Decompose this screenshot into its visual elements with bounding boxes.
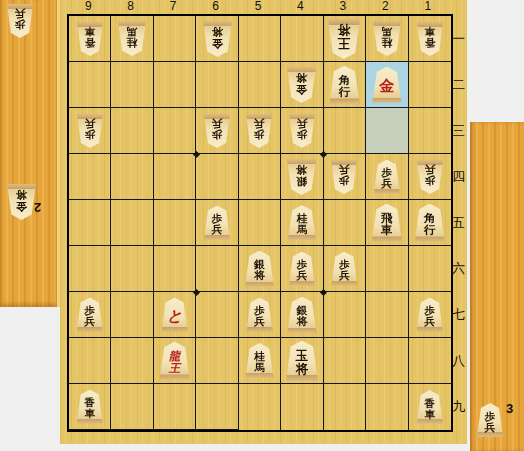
piece-knight-21[interactable]: 桂馬 bbox=[373, 21, 401, 56]
file-label-1: 1 bbox=[418, 0, 438, 13]
square-93[interactable]: 歩兵 bbox=[69, 108, 111, 154]
square-14[interactable]: 歩兵 bbox=[409, 154, 451, 200]
square-49[interactable] bbox=[281, 384, 323, 430]
piece-pawn-34[interactable]: 歩兵 bbox=[331, 160, 357, 194]
rank-label-1: 一 bbox=[451, 30, 466, 48]
file-label-2: 2 bbox=[375, 0, 395, 13]
square-39[interactable] bbox=[324, 384, 366, 430]
file-label-5: 5 bbox=[248, 0, 268, 13]
sente-captured-tray bbox=[470, 122, 524, 451]
square-61[interactable]: 金将 bbox=[196, 16, 238, 62]
file-label-7: 7 bbox=[163, 0, 183, 13]
square-11[interactable]: 香車 bbox=[409, 16, 451, 62]
file-label-9: 9 bbox=[78, 0, 98, 13]
square-84[interactable] bbox=[111, 154, 153, 200]
square-69[interactable] bbox=[196, 384, 238, 430]
square-73[interactable] bbox=[154, 108, 196, 154]
square-91[interactable]: 香車 bbox=[69, 16, 111, 62]
square-16[interactable] bbox=[409, 246, 451, 292]
square-22[interactable]: 金 bbox=[366, 62, 408, 108]
piece-dragon-78[interactable]: 龍王 bbox=[160, 342, 190, 380]
rank-label-2: 二 bbox=[451, 76, 466, 94]
piece-pawn-46[interactable]: 歩兵 bbox=[289, 252, 315, 286]
file-label-8: 8 bbox=[121, 0, 141, 13]
square-26[interactable] bbox=[366, 246, 408, 292]
square-66[interactable] bbox=[196, 246, 238, 292]
piece-pawn-36[interactable]: 歩兵 bbox=[331, 252, 357, 286]
square-92[interactable] bbox=[69, 62, 111, 108]
square-23[interactable] bbox=[366, 108, 408, 154]
square-33[interactable] bbox=[324, 108, 366, 154]
square-85[interactable] bbox=[111, 200, 153, 246]
file-label-3: 3 bbox=[333, 0, 353, 13]
square-52[interactable] bbox=[239, 62, 281, 108]
square-65[interactable]: 歩兵 bbox=[196, 200, 238, 246]
piece-lance-19[interactable]: 香車 bbox=[417, 390, 443, 424]
file-label-6: 6 bbox=[206, 0, 226, 13]
square-79[interactable] bbox=[154, 384, 196, 430]
square-15[interactable]: 角行 bbox=[409, 200, 451, 246]
square-19[interactable]: 香車 bbox=[409, 384, 451, 430]
square-48[interactable]: 玉将 bbox=[281, 338, 323, 384]
piece-king-48[interactable]: 玉将 bbox=[286, 341, 318, 381]
piece-pawn-24[interactable]: 歩兵 bbox=[374, 160, 400, 194]
square-54[interactable] bbox=[239, 154, 281, 200]
piece-pawn[interactable]: 歩兵 bbox=[7, 4, 33, 38]
square-57[interactable]: 歩兵 bbox=[239, 292, 281, 338]
piece-pawn-17[interactable]: 歩兵 bbox=[417, 298, 443, 332]
square-59[interactable] bbox=[239, 384, 281, 430]
piece-pawn-53[interactable]: 歩兵 bbox=[246, 114, 272, 148]
piece-silver-47[interactable]: 銀将 bbox=[287, 297, 316, 333]
gote-captured-tray bbox=[0, 0, 61, 307]
square-12[interactable] bbox=[409, 62, 451, 108]
piece-pawn-93[interactable]: 歩兵 bbox=[77, 114, 103, 148]
square-97[interactable]: 歩兵 bbox=[69, 292, 111, 338]
piece-gold[interactable]: 金将 bbox=[7, 184, 36, 220]
gote-hand-count-gold: 2 bbox=[34, 200, 41, 215]
square-94[interactable] bbox=[69, 154, 111, 200]
piece-gold-61[interactable]: 金将 bbox=[203, 21, 232, 57]
square-89[interactable] bbox=[111, 384, 153, 430]
square-67[interactable] bbox=[196, 292, 238, 338]
piece-king-31[interactable]: 王将 bbox=[328, 19, 360, 59]
square-25[interactable]: 飛車 bbox=[366, 200, 408, 246]
square-76[interactable] bbox=[154, 246, 196, 292]
piece-pawn-97[interactable]: 歩兵 bbox=[77, 298, 103, 332]
square-95[interactable] bbox=[69, 200, 111, 246]
square-78[interactable]: 龍王 bbox=[154, 338, 196, 384]
square-37[interactable] bbox=[324, 292, 366, 338]
square-38[interactable] bbox=[324, 338, 366, 384]
square-13[interactable] bbox=[409, 108, 451, 154]
sente-hand-count-pawn: 3 bbox=[506, 401, 513, 416]
square-68[interactable] bbox=[196, 338, 238, 384]
square-44[interactable]: 銀将 bbox=[281, 154, 323, 200]
square-58[interactable]: 桂馬 bbox=[239, 338, 281, 384]
piece-pawn-63[interactable]: 歩兵 bbox=[204, 114, 230, 148]
square-86[interactable] bbox=[111, 246, 153, 292]
rank-label-6: 六 bbox=[451, 260, 466, 278]
piece-bishop-15[interactable]: 角行 bbox=[415, 204, 445, 242]
square-42[interactable]: 金将 bbox=[281, 62, 323, 108]
piece-lance-99[interactable]: 香車 bbox=[77, 390, 103, 424]
square-88[interactable] bbox=[111, 338, 153, 384]
square-43[interactable]: 歩兵 bbox=[281, 108, 323, 154]
piece-pawn-57[interactable]: 歩兵 bbox=[246, 298, 272, 332]
square-98[interactable] bbox=[69, 338, 111, 384]
square-96[interactable] bbox=[69, 246, 111, 292]
piece-rook-25[interactable]: 飛車 bbox=[372, 204, 402, 242]
piece-pawn-65[interactable]: 歩兵 bbox=[204, 206, 230, 240]
square-53[interactable]: 歩兵 bbox=[239, 108, 281, 154]
board-grid: 香車桂馬金将王将桂馬香車金将角行金歩兵歩兵歩兵歩兵銀将歩兵歩兵歩兵歩兵桂馬飛車角… bbox=[67, 14, 453, 432]
piece-pawn-14[interactable]: 歩兵 bbox=[417, 160, 443, 194]
square-87[interactable] bbox=[111, 292, 153, 338]
rank-label-9: 九 bbox=[451, 398, 466, 416]
square-21[interactable]: 桂馬 bbox=[366, 16, 408, 62]
square-55[interactable] bbox=[239, 200, 281, 246]
square-71[interactable] bbox=[154, 16, 196, 62]
square-82[interactable] bbox=[111, 62, 153, 108]
piece-lance-91[interactable]: 香車 bbox=[77, 22, 103, 56]
rank-label-7: 七 bbox=[451, 306, 466, 324]
piece-knight-81[interactable]: 桂馬 bbox=[118, 21, 146, 56]
square-56[interactable]: 銀将 bbox=[239, 246, 281, 292]
square-75[interactable] bbox=[154, 200, 196, 246]
square-62[interactable] bbox=[196, 62, 238, 108]
square-29[interactable] bbox=[366, 384, 408, 430]
square-32[interactable]: 角行 bbox=[324, 62, 366, 108]
square-77[interactable]: と bbox=[154, 292, 196, 338]
square-34[interactable]: 歩兵 bbox=[324, 154, 366, 200]
piece-silver-56[interactable]: 銀将 bbox=[245, 251, 274, 287]
square-99[interactable]: 香車 bbox=[69, 384, 111, 430]
piece-knight-58[interactable]: 桂馬 bbox=[245, 343, 273, 378]
square-18[interactable] bbox=[409, 338, 451, 384]
square-35[interactable] bbox=[324, 200, 366, 246]
square-31[interactable]: 王将 bbox=[324, 16, 366, 62]
square-17[interactable]: 歩兵 bbox=[409, 292, 451, 338]
piece-pawn-43[interactable]: 歩兵 bbox=[289, 114, 315, 148]
square-72[interactable] bbox=[154, 62, 196, 108]
rank-label-3: 三 bbox=[451, 122, 466, 140]
square-74[interactable] bbox=[154, 154, 196, 200]
piece-lance-11[interactable]: 香車 bbox=[417, 22, 443, 56]
square-83[interactable] bbox=[111, 108, 153, 154]
rank-label-4: 四 bbox=[451, 168, 466, 186]
file-label-4: 4 bbox=[290, 0, 310, 13]
square-64[interactable] bbox=[196, 154, 238, 200]
square-24[interactable]: 歩兵 bbox=[366, 154, 408, 200]
rank-label-5: 五 bbox=[451, 214, 466, 232]
square-28[interactable] bbox=[366, 338, 408, 384]
piece-bishop-32[interactable]: 角行 bbox=[329, 66, 359, 104]
square-47[interactable]: 銀将 bbox=[281, 292, 323, 338]
piece-knight-45[interactable]: 桂馬 bbox=[288, 205, 316, 240]
square-41[interactable] bbox=[281, 16, 323, 62]
piece-tokin-77[interactable]: と bbox=[162, 298, 188, 332]
piece-gold-42[interactable]: 金将 bbox=[287, 67, 316, 103]
square-46[interactable]: 歩兵 bbox=[281, 246, 323, 292]
piece-silver-44[interactable]: 銀将 bbox=[287, 159, 316, 195]
square-45[interactable]: 桂馬 bbox=[281, 200, 323, 246]
square-51[interactable] bbox=[239, 16, 281, 62]
rank-label-8: 八 bbox=[451, 352, 466, 370]
piece-pawn[interactable]: 歩兵 bbox=[477, 403, 503, 437]
piece-promoted-silver-22[interactable]: 金 bbox=[372, 67, 401, 103]
square-63[interactable]: 歩兵 bbox=[196, 108, 238, 154]
square-27[interactable] bbox=[366, 292, 408, 338]
square-36[interactable]: 歩兵 bbox=[324, 246, 366, 292]
square-81[interactable]: 桂馬 bbox=[111, 16, 153, 62]
